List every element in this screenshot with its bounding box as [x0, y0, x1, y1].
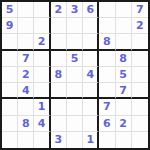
- cell-r4c7[interactable]: [99, 51, 115, 67]
- cell-r3c9[interactable]: [132, 34, 148, 50]
- cell-r5c5[interactable]: [67, 67, 83, 83]
- cell-r5c6[interactable]: 4: [83, 67, 99, 83]
- cell-r6c8[interactable]: 7: [116, 83, 132, 99]
- cell-r9c4[interactable]: 3: [51, 132, 67, 148]
- cell-r8c9[interactable]: [132, 116, 148, 132]
- cell-r6c5[interactable]: [67, 83, 83, 99]
- cell-r2c1[interactable]: 9: [2, 18, 18, 34]
- cell-r3c7[interactable]: 8: [99, 34, 115, 50]
- cell-r8c2[interactable]: 8: [18, 116, 34, 132]
- cell-r6c6[interactable]: [83, 83, 99, 99]
- cell-r7c2[interactable]: [18, 99, 34, 115]
- cell-r8c1[interactable]: [2, 116, 18, 132]
- cell-r6c2[interactable]: 4: [18, 83, 34, 99]
- cell-r9c2[interactable]: [18, 132, 34, 148]
- cell-r3c3[interactable]: 2: [34, 34, 50, 50]
- cell-r2c6[interactable]: [83, 18, 99, 34]
- cell-r9c7[interactable]: [99, 132, 115, 148]
- cell-r8c7[interactable]: 6: [99, 116, 115, 132]
- cell-r4c6[interactable]: [83, 51, 99, 67]
- cell-r9c8[interactable]: [116, 132, 132, 148]
- cell-r8c4[interactable]: [51, 116, 67, 132]
- cell-r9c3[interactable]: [34, 132, 50, 148]
- cell-r3c2[interactable]: [18, 34, 34, 50]
- cell-r6c3[interactable]: [34, 83, 50, 99]
- cell-r9c9[interactable]: [132, 132, 148, 148]
- cell-r7c8[interactable]: [116, 99, 132, 115]
- cell-r5c1[interactable]: [2, 67, 18, 83]
- cell-r9c1[interactable]: [2, 132, 18, 148]
- cell-r7c4[interactable]: [51, 99, 67, 115]
- cell-r8c5[interactable]: [67, 116, 83, 132]
- cell-r4c5[interactable]: 5: [67, 51, 83, 67]
- cell-r3c4[interactable]: [51, 34, 67, 50]
- sudoku-board: 52367922875828454717846231: [0, 0, 150, 150]
- cell-r3c1[interactable]: [2, 34, 18, 50]
- cell-r4c4[interactable]: [51, 51, 67, 67]
- cell-r2c2[interactable]: [18, 18, 34, 34]
- cell-r6c1[interactable]: [2, 83, 18, 99]
- cell-r3c6[interactable]: [83, 34, 99, 50]
- cell-r2c4[interactable]: [51, 18, 67, 34]
- cell-r1c3[interactable]: [34, 2, 50, 18]
- cell-r7c5[interactable]: [67, 99, 83, 115]
- cell-r5c4[interactable]: 8: [51, 67, 67, 83]
- cell-r4c3[interactable]: [34, 51, 50, 67]
- cell-r9c6[interactable]: 1: [83, 132, 99, 148]
- cell-r4c2[interactable]: 7: [18, 51, 34, 67]
- cell-r5c2[interactable]: 2: [18, 67, 34, 83]
- cell-r1c8[interactable]: [116, 2, 132, 18]
- cell-r8c3[interactable]: 4: [34, 116, 50, 132]
- cell-r8c6[interactable]: [83, 116, 99, 132]
- cell-r6c7[interactable]: [99, 83, 115, 99]
- cell-r5c7[interactable]: [99, 67, 115, 83]
- cell-r2c7[interactable]: [99, 18, 115, 34]
- cell-r7c9[interactable]: [132, 99, 148, 115]
- cell-r3c8[interactable]: [116, 34, 132, 50]
- cell-r1c5[interactable]: 3: [67, 2, 83, 18]
- cell-r5c9[interactable]: [132, 67, 148, 83]
- cell-r4c9[interactable]: [132, 51, 148, 67]
- cell-r4c8[interactable]: 8: [116, 51, 132, 67]
- cell-r1c6[interactable]: 6: [83, 2, 99, 18]
- cell-r1c4[interactable]: 2: [51, 2, 67, 18]
- cell-r6c4[interactable]: [51, 83, 67, 99]
- cell-r5c8[interactable]: 5: [116, 67, 132, 83]
- cell-r2c8[interactable]: [116, 18, 132, 34]
- cell-r6c9[interactable]: [132, 83, 148, 99]
- cell-r1c1[interactable]: 5: [2, 2, 18, 18]
- cell-r2c3[interactable]: [34, 18, 50, 34]
- cell-r7c6[interactable]: [83, 99, 99, 115]
- cell-r3c5[interactable]: [67, 34, 83, 50]
- cell-r1c2[interactable]: [18, 2, 34, 18]
- cell-r9c5[interactable]: [67, 132, 83, 148]
- cell-r7c1[interactable]: [2, 99, 18, 115]
- cell-r2c5[interactable]: [67, 18, 83, 34]
- cell-r7c7[interactable]: 7: [99, 99, 115, 115]
- cell-r5c3[interactable]: [34, 67, 50, 83]
- cell-r4c1[interactable]: [2, 51, 18, 67]
- cell-r1c9[interactable]: 7: [132, 2, 148, 18]
- cell-r8c8[interactable]: 2: [116, 116, 132, 132]
- cell-r2c9[interactable]: 2: [132, 18, 148, 34]
- cell-r1c7[interactable]: [99, 2, 115, 18]
- cell-r7c3[interactable]: 1: [34, 99, 50, 115]
